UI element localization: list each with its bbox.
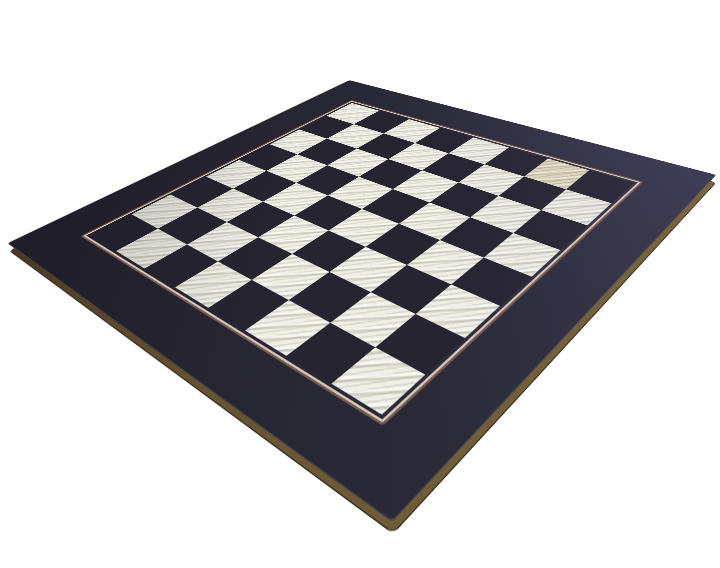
square-r7c1[interactable] <box>375 314 464 374</box>
square-r4c1[interactable] <box>252 254 329 300</box>
square-r7c0[interactable] <box>331 347 425 415</box>
square-r6c0[interactable] <box>286 322 375 383</box>
square-r7c2[interactable] <box>415 284 500 338</box>
square-r3c0[interactable] <box>175 261 252 308</box>
square-r2c0[interactable] <box>144 244 218 287</box>
square-r3c1[interactable] <box>218 237 292 279</box>
square-r5c4[interactable] <box>399 202 470 239</box>
square-r4c3[interactable] <box>328 209 399 247</box>
square-r6c1[interactable] <box>330 292 415 347</box>
square-r6c3[interactable] <box>406 240 483 285</box>
square-r3c2[interactable] <box>258 216 329 255</box>
square-r1c0[interactable] <box>116 229 187 269</box>
square-r6c2[interactable] <box>370 265 451 314</box>
square-r7c6[interactable] <box>541 189 612 225</box>
square-r6c5[interactable] <box>470 196 541 233</box>
square-r5c0[interactable] <box>245 300 330 356</box>
square-r6c4[interactable] <box>439 217 513 257</box>
square-r5c1[interactable] <box>289 272 370 322</box>
board-frame <box>7 80 716 522</box>
square-r7c3[interactable] <box>451 257 532 306</box>
square-r4c2[interactable] <box>292 231 366 273</box>
square-r4c0[interactable] <box>208 280 289 331</box>
square-r2c1[interactable] <box>187 222 258 261</box>
square-r7c5[interactable] <box>513 210 587 250</box>
square-r7c4[interactable] <box>483 233 560 277</box>
chessboard <box>7 80 716 522</box>
square-r5c2[interactable] <box>329 247 406 292</box>
square-r5c3[interactable] <box>366 224 440 265</box>
